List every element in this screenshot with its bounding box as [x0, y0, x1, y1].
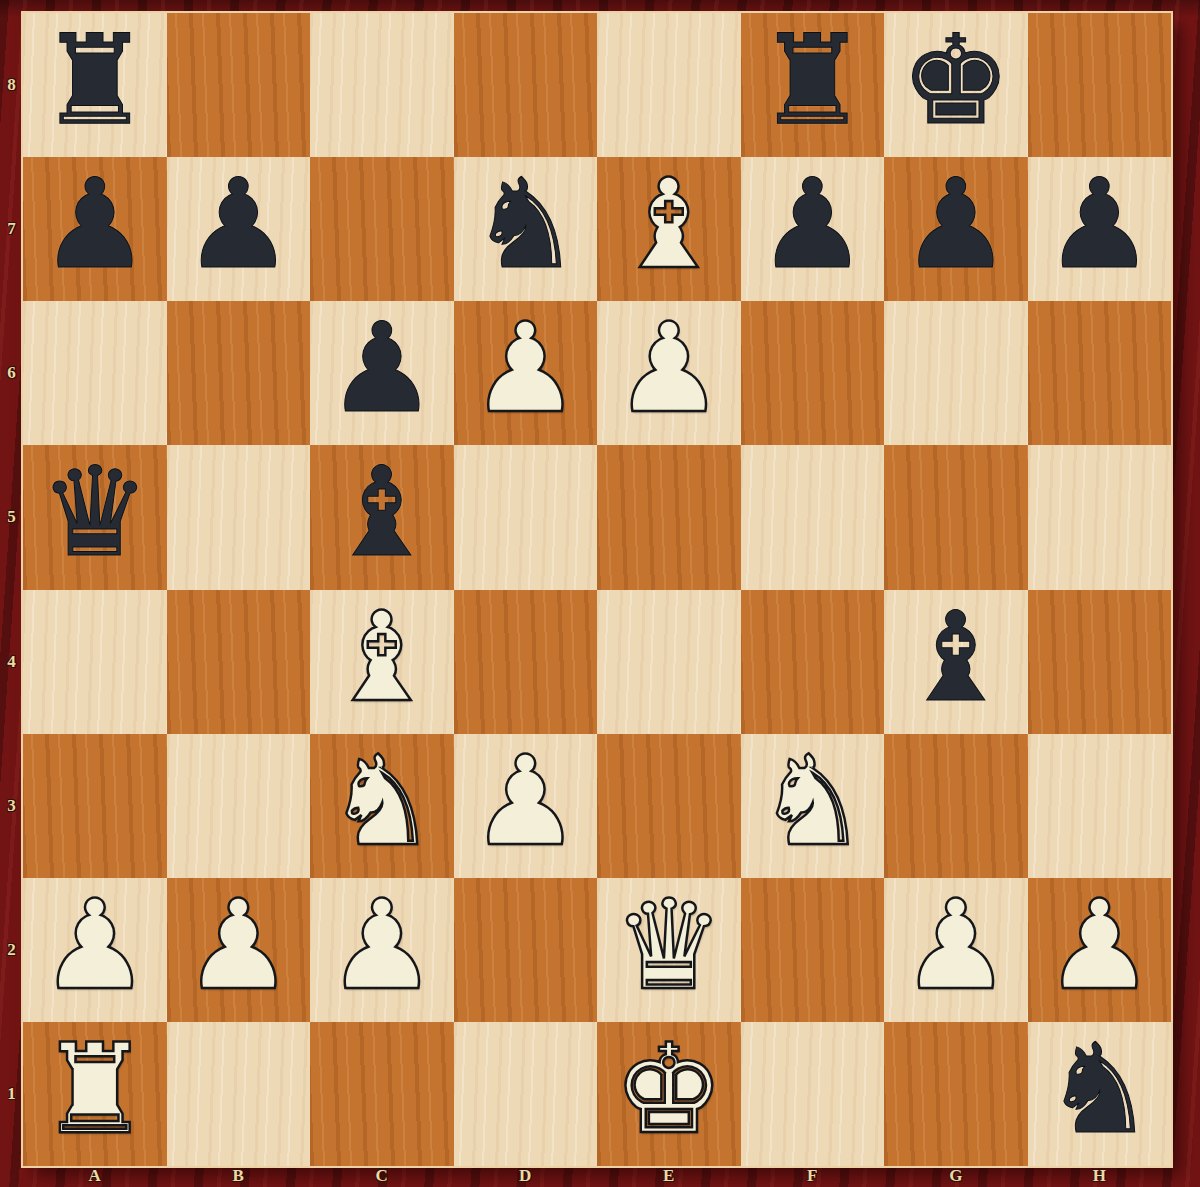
rank-label-2: 2	[7, 940, 16, 960]
piece-black-pawn-b7[interactable]: ♟	[183, 162, 294, 286]
square-e6[interactable]: ♟	[597, 301, 741, 445]
square-g4[interactable]: ♝	[884, 590, 1028, 734]
square-a8[interactable]: ♜	[23, 13, 167, 157]
rank-label-7: 7	[7, 219, 16, 239]
square-c4[interactable]: ♝	[310, 590, 454, 734]
board-frame: { "game": "chess", "position": { "fen": …	[0, 0, 1200, 1187]
square-b1[interactable]	[167, 1022, 311, 1166]
rank-label-3: 3	[7, 796, 16, 816]
square-a4[interactable]	[23, 590, 167, 734]
piece-white-bishop-c4[interactable]: ♝	[326, 595, 437, 719]
square-b2[interactable]: ♟	[167, 878, 311, 1022]
square-f1[interactable]	[741, 1022, 885, 1166]
square-e5[interactable]	[597, 445, 741, 589]
piece-black-knight-h1[interactable]: ♞	[1044, 1027, 1155, 1151]
square-a1[interactable]: ♜	[23, 1022, 167, 1166]
piece-black-pawn-h7[interactable]: ♟	[1044, 162, 1155, 286]
piece-white-pawn-d3[interactable]: ♟	[470, 739, 581, 863]
square-f3[interactable]: ♞	[741, 734, 885, 878]
square-a3[interactable]	[23, 734, 167, 878]
rank-label-1: 1	[7, 1084, 16, 1104]
piece-black-rook-a8[interactable]: ♜	[39, 18, 150, 142]
piece-black-pawn-g7[interactable]: ♟	[900, 162, 1011, 286]
square-f5[interactable]	[741, 445, 885, 589]
square-d2[interactable]	[454, 878, 598, 1022]
piece-white-rook-a1[interactable]: ♜	[39, 1027, 150, 1151]
square-h3[interactable]	[1028, 734, 1172, 878]
piece-white-pawn-g2[interactable]: ♟	[900, 883, 1011, 1007]
piece-black-pawn-a7[interactable]: ♟	[39, 162, 150, 286]
file-label-a: A	[89, 1166, 101, 1186]
piece-black-pawn-f7[interactable]: ♟	[757, 162, 868, 286]
square-h1[interactable]: ♞	[1028, 1022, 1172, 1166]
piece-white-pawn-e6[interactable]: ♟	[613, 306, 724, 430]
square-g7[interactable]: ♟	[884, 157, 1028, 301]
file-label-h: H	[1093, 1166, 1106, 1186]
square-h8[interactable]	[1028, 13, 1172, 157]
square-a2[interactable]: ♟	[23, 878, 167, 1022]
piece-white-pawn-a2[interactable]: ♟	[39, 883, 150, 1007]
square-c2[interactable]: ♟	[310, 878, 454, 1022]
square-d7[interactable]: ♞	[454, 157, 598, 301]
file-label-b: B	[233, 1166, 244, 1186]
square-h4[interactable]	[1028, 590, 1172, 734]
square-g5[interactable]	[884, 445, 1028, 589]
piece-white-pawn-d6[interactable]: ♟	[470, 306, 581, 430]
chess-board[interactable]: ♜♜♚♟♟♞♝♟♟♟♟♟♟♛♝♝♝♞♟♞♟♟♟♛♟♟♜♚♞	[23, 13, 1171, 1166]
square-f4[interactable]	[741, 590, 885, 734]
square-c1[interactable]	[310, 1022, 454, 1166]
rank-labels: 87654321	[0, 13, 23, 1166]
square-e3[interactable]	[597, 734, 741, 878]
square-a6[interactable]	[23, 301, 167, 445]
piece-black-bishop-c5[interactable]: ♝	[326, 450, 437, 574]
piece-black-knight-d7[interactable]: ♞	[470, 162, 581, 286]
square-e1[interactable]: ♚	[597, 1022, 741, 1166]
square-g6[interactable]	[884, 301, 1028, 445]
rank-label-6: 6	[7, 363, 16, 383]
square-e8[interactable]	[597, 13, 741, 157]
square-h7[interactable]: ♟	[1028, 157, 1172, 301]
square-b4[interactable]	[167, 590, 311, 734]
square-b6[interactable]	[167, 301, 311, 445]
square-h6[interactable]	[1028, 301, 1172, 445]
square-c7[interactable]	[310, 157, 454, 301]
square-d6[interactable]: ♟	[454, 301, 598, 445]
square-e4[interactable]	[597, 590, 741, 734]
piece-white-pawn-h2[interactable]: ♟	[1044, 883, 1155, 1007]
rank-label-4: 4	[7, 652, 16, 672]
file-label-e: E	[663, 1166, 674, 1186]
piece-black-queen-a5[interactable]: ♛	[39, 450, 150, 574]
rank-label-5: 5	[7, 507, 16, 527]
square-d5[interactable]	[454, 445, 598, 589]
piece-white-knight-f3[interactable]: ♞	[757, 739, 868, 863]
square-b7[interactable]: ♟	[167, 157, 311, 301]
square-g1[interactable]	[884, 1022, 1028, 1166]
square-a5[interactable]: ♛	[23, 445, 167, 589]
piece-white-pawn-b2[interactable]: ♟	[183, 883, 294, 1007]
square-e7[interactable]: ♝	[597, 157, 741, 301]
file-label-c: C	[376, 1166, 388, 1186]
square-d1[interactable]	[454, 1022, 598, 1166]
square-e2[interactable]: ♛	[597, 878, 741, 1022]
square-c5[interactable]: ♝	[310, 445, 454, 589]
square-h5[interactable]	[1028, 445, 1172, 589]
square-d3[interactable]: ♟	[454, 734, 598, 878]
piece-black-pawn-c6[interactable]: ♟	[326, 306, 437, 430]
square-f8[interactable]: ♜	[741, 13, 885, 157]
file-labels: ABCDEFGH	[23, 1165, 1171, 1187]
square-d8[interactable]	[454, 13, 598, 157]
piece-white-king-e1[interactable]: ♚	[613, 1027, 724, 1151]
file-label-f: F	[807, 1166, 817, 1186]
piece-white-queen-e2[interactable]: ♛	[613, 883, 724, 1007]
square-b8[interactable]	[167, 13, 311, 157]
piece-white-knight-c3[interactable]: ♞	[326, 739, 437, 863]
piece-black-rook-f8[interactable]: ♜	[757, 18, 868, 142]
file-label-d: D	[519, 1166, 531, 1186]
square-f7[interactable]: ♟	[741, 157, 885, 301]
square-c8[interactable]	[310, 13, 454, 157]
square-h2[interactable]: ♟	[1028, 878, 1172, 1022]
square-a7[interactable]: ♟	[23, 157, 167, 301]
rank-label-8: 8	[7, 75, 16, 95]
piece-black-king-g8[interactable]: ♚	[900, 18, 1011, 142]
file-label-g: G	[949, 1166, 962, 1186]
square-c6[interactable]: ♟	[310, 301, 454, 445]
square-g3[interactable]	[884, 734, 1028, 878]
piece-black-bishop-g4[interactable]: ♝	[900, 595, 1011, 719]
piece-white-pawn-c2[interactable]: ♟	[326, 883, 437, 1007]
square-g8[interactable]: ♚	[884, 13, 1028, 157]
square-f6[interactable]	[741, 301, 885, 445]
square-c3[interactable]: ♞	[310, 734, 454, 878]
square-b3[interactable]	[167, 734, 311, 878]
square-f2[interactable]	[741, 878, 885, 1022]
piece-white-bishop-e7[interactable]: ♝	[613, 162, 724, 286]
square-d4[interactable]	[454, 590, 598, 734]
square-g2[interactable]: ♟	[884, 878, 1028, 1022]
square-b5[interactable]	[167, 445, 311, 589]
